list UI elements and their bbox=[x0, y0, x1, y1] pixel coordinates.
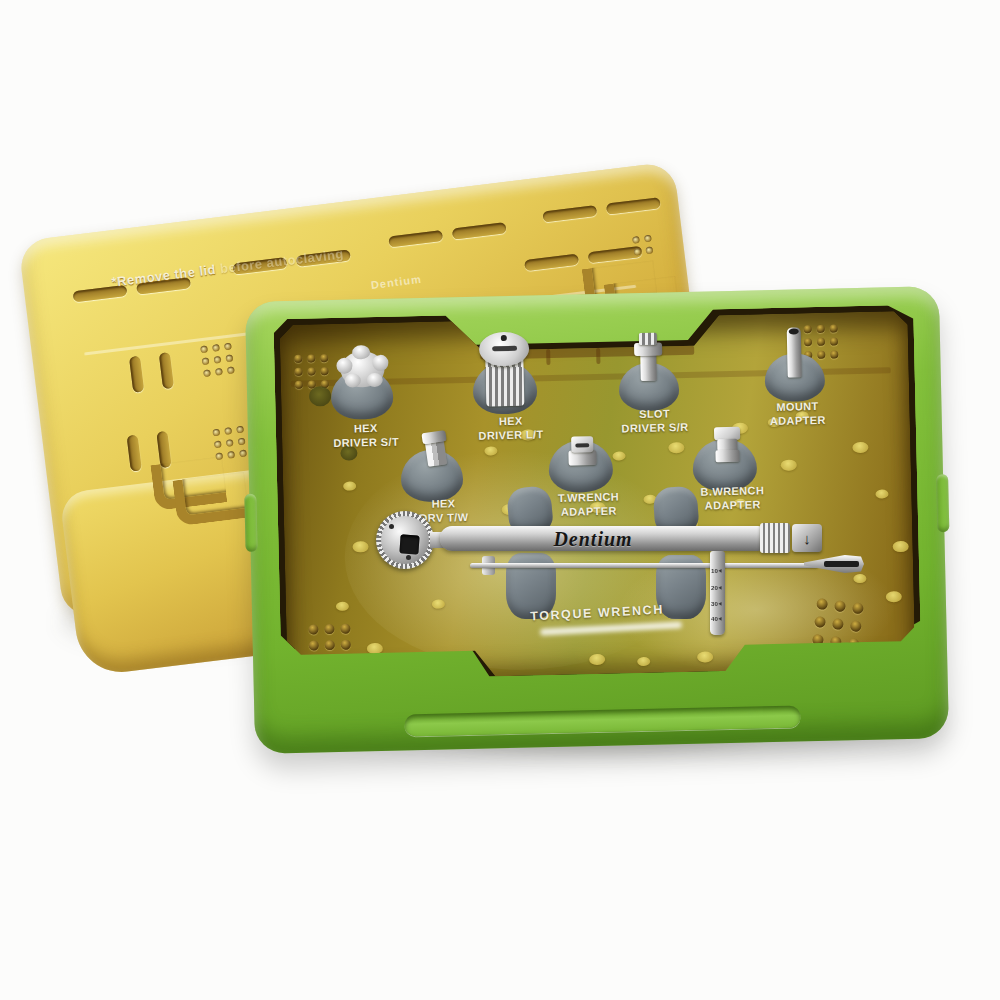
scale-mark: 40 bbox=[711, 615, 722, 622]
scale-mark: 20 bbox=[711, 584, 722, 591]
scale-mark: 10 bbox=[711, 567, 722, 574]
ratchet-face bbox=[381, 516, 429, 564]
hex-stack-base bbox=[715, 450, 739, 463]
tool-label-hex-driver-lt: HEXDRIVER L/T bbox=[446, 413, 577, 443]
indicator-paddle bbox=[804, 555, 864, 573]
indicator-rod bbox=[470, 563, 818, 568]
scale-cylinder: 10 20 30 40 bbox=[710, 551, 725, 635]
brand-engraving: Dentium bbox=[508, 528, 678, 551]
ratchet-head bbox=[376, 511, 434, 569]
square-bit-slot bbox=[575, 443, 589, 447]
knurled-adjuster bbox=[760, 523, 790, 553]
product-photo: *Remove the lid before autoclaving Denti… bbox=[0, 0, 1000, 1000]
end-cap: ↓ bbox=[792, 524, 822, 552]
tool-label-mount-adapter: MOUNTADAPTER bbox=[732, 399, 863, 429]
tool-label-slot-driver-sr: SLOTDRIVER S/R bbox=[589, 406, 720, 436]
tray-rib bbox=[546, 349, 550, 365]
square-drive-hole bbox=[399, 534, 419, 554]
case-side-tab bbox=[244, 494, 257, 552]
mount-tube bbox=[787, 327, 802, 377]
down-arrow-icon: ↓ bbox=[803, 530, 811, 547]
slot-bit-top bbox=[639, 333, 657, 345]
scale-mark: 30 bbox=[711, 600, 722, 607]
case-side-tab bbox=[936, 474, 949, 532]
cylinder-driver-pinhole bbox=[501, 335, 507, 341]
tool-label-hex-driver-st: HEXDRIVER S/T bbox=[301, 421, 432, 451]
torque-wrench: Dentium ↓ 10 20 30 40 bbox=[358, 493, 888, 663]
slot-bit-shaft bbox=[640, 353, 657, 381]
cylinder-driver-slot bbox=[492, 346, 517, 352]
tray-rib bbox=[596, 348, 600, 364]
